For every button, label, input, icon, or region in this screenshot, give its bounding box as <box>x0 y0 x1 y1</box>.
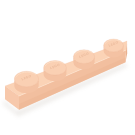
stud-1: LEGO <box>14 71 38 93</box>
stud-4: LEGO <box>104 39 124 57</box>
stud-3: LEGO <box>73 50 94 70</box>
lego-plate-illustration: LEGO LEGO LEGO LEGO <box>0 0 135 135</box>
stud-2: LEGO <box>44 61 67 82</box>
product-photo: LEGO LEGO LEGO LEGO <box>0 0 135 135</box>
